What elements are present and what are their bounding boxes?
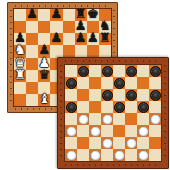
checkers-square[interactable]: [113, 137, 125, 149]
checkers-square[interactable]: [77, 125, 89, 137]
black-queen-piece[interactable]: ♛: [38, 70, 50, 80]
chess-square[interactable]: [63, 9, 75, 21]
checkers-square[interactable]: [89, 137, 101, 149]
white-checker-piece[interactable]: [90, 126, 101, 137]
checkers-square[interactable]: [125, 137, 137, 149]
white-checker-piece[interactable]: [126, 138, 137, 149]
frame-tick-marks: [60, 65, 62, 161]
black-pawn-piece[interactable]: ♟: [26, 9, 38, 19]
checkers-square[interactable]: [137, 65, 149, 77]
chess-square[interactable]: ♚: [87, 9, 99, 21]
checkers-square[interactable]: [137, 149, 149, 161]
black-checker-piece[interactable]: [66, 78, 77, 89]
checkers-square[interactable]: [149, 101, 161, 113]
checkers-square[interactable]: [89, 125, 101, 137]
checkers-square[interactable]: [101, 77, 113, 89]
black-checker-piece[interactable]: [78, 66, 89, 77]
checkers-square[interactable]: [101, 89, 113, 101]
checkers-square[interactable]: [89, 89, 101, 101]
checkers-square[interactable]: [89, 77, 101, 89]
chess-square[interactable]: [63, 33, 75, 45]
checkers-square[interactable]: [77, 89, 89, 101]
checkers-square[interactable]: [77, 149, 89, 161]
checkers-square[interactable]: [113, 113, 125, 125]
chess-square[interactable]: ♜: [14, 70, 26, 82]
checkers-square[interactable]: [101, 65, 113, 77]
checkers-square[interactable]: [137, 113, 149, 125]
checkers-square[interactable]: [149, 77, 161, 89]
checkers-square[interactable]: [149, 65, 161, 77]
checkers-square[interactable]: [65, 149, 77, 161]
chess-square[interactable]: [75, 45, 87, 57]
chess-square[interactable]: [50, 45, 62, 57]
checkers-square[interactable]: [113, 65, 125, 77]
black-pawn-piece[interactable]: ♟: [75, 33, 87, 43]
checkers-square[interactable]: [125, 101, 137, 113]
chess-square[interactable]: ♟: [50, 9, 62, 21]
checkers-square[interactable]: [65, 77, 77, 89]
checkers-square[interactable]: [149, 113, 161, 125]
checkers-square[interactable]: [149, 149, 161, 161]
checkers-square[interactable]: [77, 65, 89, 77]
black-checker-piece[interactable]: [102, 66, 113, 77]
chess-square[interactable]: [26, 21, 38, 33]
checkers-square[interactable]: [65, 101, 77, 113]
checkers-board[interactable]: [57, 57, 169, 169]
checkers-square[interactable]: [101, 113, 113, 125]
chess-square[interactable]: [38, 21, 50, 33]
frame-tick-marks: [65, 60, 161, 62]
checkers-square[interactable]: [101, 149, 113, 161]
chess-square[interactable]: [26, 94, 38, 106]
white-checker-piece[interactable]: [114, 150, 125, 161]
white-checker-piece[interactable]: [90, 150, 101, 161]
checkers-square[interactable]: [89, 149, 101, 161]
checkers-square[interactable]: [89, 65, 101, 77]
checkers-square[interactable]: [101, 137, 113, 149]
checkers-square[interactable]: [101, 125, 113, 137]
checkers-square[interactable]: [65, 65, 77, 77]
checkers-square[interactable]: [77, 77, 89, 89]
chess-square[interactable]: ♟: [75, 33, 87, 45]
checkers-square[interactable]: [113, 77, 125, 89]
white-checker-piece[interactable]: [138, 150, 149, 161]
chess-square[interactable]: ♟: [26, 9, 38, 21]
frame-tick-marks: [65, 164, 161, 166]
illustration-canvas: ♟♟♜♚♟♞♟♟♟♟♜♞♟♛♟♜♛♝: [0, 0, 170, 170]
white-checker-piece[interactable]: [102, 138, 113, 149]
black-checker-piece[interactable]: [114, 102, 125, 113]
checkers-square[interactable]: [113, 101, 125, 113]
chess-square[interactable]: [26, 33, 38, 45]
chess-square[interactable]: ♜: [99, 33, 111, 45]
white-bishop-piece[interactable]: ♝: [38, 94, 50, 104]
checkers-square[interactable]: [125, 125, 137, 137]
black-king-piece[interactable]: ♚: [87, 9, 99, 19]
checkers-square[interactable]: [137, 77, 149, 89]
chess-square[interactable]: [63, 45, 75, 57]
chess-square[interactable]: ♝: [38, 94, 50, 106]
checkers-square[interactable]: [65, 125, 77, 137]
white-checker-piece[interactable]: [102, 114, 113, 125]
checkers-square[interactable]: [113, 149, 125, 161]
checkers-square[interactable]: [149, 125, 161, 137]
checkers-square[interactable]: [65, 113, 77, 125]
chess-square[interactable]: [38, 9, 50, 21]
checkers-square[interactable]: [113, 89, 125, 101]
checkers-square[interactable]: [137, 125, 149, 137]
black-rook-piece[interactable]: ♜: [99, 33, 111, 43]
black-pawn-piece[interactable]: ♟: [87, 33, 99, 43]
checkers-square[interactable]: [125, 77, 137, 89]
checkers-square[interactable]: [77, 137, 89, 149]
white-checker-piece[interactable]: [66, 126, 77, 137]
checkers-square[interactable]: [89, 113, 101, 125]
black-pawn-piece[interactable]: ♟: [51, 33, 63, 43]
checkers-grid: [64, 64, 162, 162]
white-checker-piece[interactable]: [78, 114, 89, 125]
checkers-square[interactable]: [125, 149, 137, 161]
chess-square[interactable]: [26, 70, 38, 82]
frame-tick-marks: [10, 10, 12, 105]
checkers-square[interactable]: [125, 89, 137, 101]
chess-square[interactable]: [14, 9, 26, 21]
black-checker-piece[interactable]: [138, 102, 149, 113]
checkers-square[interactable]: [89, 101, 101, 113]
chess-square[interactable]: [63, 21, 75, 33]
checkers-square[interactable]: [77, 101, 89, 113]
chess-square[interactable]: ♟: [87, 33, 99, 45]
chess-square[interactable]: [87, 45, 99, 57]
checkers-square[interactable]: [65, 89, 77, 101]
chess-square[interactable]: [14, 82, 26, 94]
chess-square[interactable]: [99, 45, 111, 57]
checkers-square[interactable]: [149, 137, 161, 149]
checkers-square[interactable]: [125, 65, 137, 77]
checkers-square[interactable]: [113, 125, 125, 137]
black-checker-piece[interactable]: [150, 90, 161, 101]
checkers-square[interactable]: [137, 101, 149, 113]
chess-square[interactable]: [14, 94, 26, 106]
black-checker-piece[interactable]: [126, 66, 137, 77]
black-checker-piece[interactable]: [114, 78, 125, 89]
chess-square[interactable]: [26, 45, 38, 57]
white-rook-piece[interactable]: ♜: [14, 70, 26, 80]
black-checker-piece[interactable]: [102, 90, 113, 101]
checkers-square[interactable]: [125, 113, 137, 125]
frame-tick-marks: [164, 65, 166, 161]
white-checker-piece[interactable]: [66, 150, 77, 161]
black-checker-piece[interactable]: [150, 66, 161, 77]
chess-square[interactable]: [26, 82, 38, 94]
checkers-square[interactable]: [149, 89, 161, 101]
black-checker-piece[interactable]: [126, 90, 137, 101]
black-pawn-piece[interactable]: ♟: [51, 9, 63, 19]
checkers-square[interactable]: [137, 137, 149, 149]
checkers-square[interactable]: [137, 89, 149, 101]
white-checker-piece[interactable]: [150, 114, 161, 125]
chess-square[interactable]: ♛: [38, 70, 50, 82]
checkers-square[interactable]: [101, 101, 113, 113]
chess-square[interactable]: [26, 58, 38, 70]
chess-square[interactable]: ♟: [50, 33, 62, 45]
checkers-square[interactable]: [65, 137, 77, 149]
white-checker-piece[interactable]: [138, 126, 149, 137]
checkers-square[interactable]: [77, 113, 89, 125]
black-checker-piece[interactable]: [66, 102, 77, 113]
